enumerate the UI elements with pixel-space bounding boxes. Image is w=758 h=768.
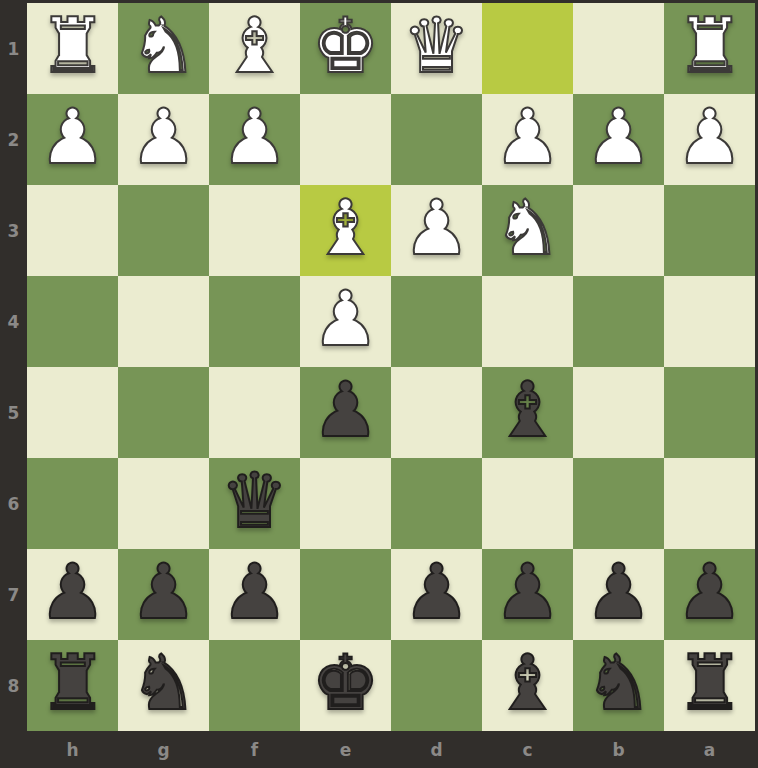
square-d8[interactable] [391, 640, 482, 731]
square-c4[interactable] [482, 276, 573, 367]
square-b2[interactable]: ♟ [573, 94, 664, 185]
piece-white-pawn[interactable]: ♟ [402, 190, 470, 266]
square-f8[interactable] [209, 640, 300, 731]
piece-white-bishop[interactable]: ♝ [220, 8, 288, 84]
square-c3[interactable]: ♞ [482, 185, 573, 276]
piece-white-pawn[interactable]: ♟ [220, 99, 288, 175]
piece-white-bishop[interactable]: ♝ [311, 190, 379, 266]
square-e5[interactable]: ♟ [300, 367, 391, 458]
square-d3[interactable]: ♟ [391, 185, 482, 276]
square-e1[interactable]: ♚ [300, 3, 391, 94]
square-g5[interactable] [118, 367, 209, 458]
piece-black-knight[interactable]: ♞ [129, 645, 197, 721]
square-b7[interactable]: ♟ [573, 549, 664, 640]
square-d5[interactable] [391, 367, 482, 458]
piece-black-bishop[interactable]: ♝ [493, 645, 561, 721]
square-c5[interactable]: ♝ [482, 367, 573, 458]
piece-white-knight[interactable]: ♞ [129, 8, 197, 84]
square-a8[interactable]: ♜ [664, 640, 755, 731]
square-f4[interactable] [209, 276, 300, 367]
square-a5[interactable] [664, 367, 755, 458]
square-b4[interactable] [573, 276, 664, 367]
piece-white-king[interactable]: ♚ [311, 8, 379, 84]
piece-black-bishop[interactable]: ♝ [493, 372, 561, 448]
file-label-a: a [664, 731, 755, 768]
square-g6[interactable] [118, 458, 209, 549]
square-d6[interactable] [391, 458, 482, 549]
rank-label-6: 6 [0, 458, 27, 549]
square-g1[interactable]: ♞ [118, 3, 209, 94]
square-d1[interactable]: ♛ [391, 3, 482, 94]
square-b3[interactable] [573, 185, 664, 276]
square-b6[interactable] [573, 458, 664, 549]
piece-black-rook[interactable]: ♜ [38, 645, 106, 721]
rank-label-5: 5 [0, 367, 27, 458]
chess-board: ♜♞♝♚♛♜♟♟♟♟♟♟♝♟♞♟♟♝♛♟♟♟♟♟♟♟♜♞♚♝♞♜ [27, 3, 755, 731]
square-c1[interactable] [482, 3, 573, 94]
rank-label-4: 4 [0, 276, 27, 367]
piece-black-knight[interactable]: ♞ [584, 645, 652, 721]
piece-white-queen[interactable]: ♛ [402, 8, 470, 84]
square-g7[interactable]: ♟ [118, 549, 209, 640]
square-a3[interactable] [664, 185, 755, 276]
square-f5[interactable] [209, 367, 300, 458]
square-h7[interactable]: ♟ [27, 549, 118, 640]
square-e2[interactable] [300, 94, 391, 185]
square-b1[interactable] [573, 3, 664, 94]
square-b5[interactable] [573, 367, 664, 458]
square-g4[interactable] [118, 276, 209, 367]
square-h8[interactable]: ♜ [27, 640, 118, 731]
square-c7[interactable]: ♟ [482, 549, 573, 640]
square-h3[interactable] [27, 185, 118, 276]
square-e4[interactable]: ♟ [300, 276, 391, 367]
square-h4[interactable] [27, 276, 118, 367]
square-f3[interactable] [209, 185, 300, 276]
square-g3[interactable] [118, 185, 209, 276]
square-f7[interactable]: ♟ [209, 549, 300, 640]
piece-white-pawn[interactable]: ♟ [38, 99, 106, 175]
square-e8[interactable]: ♚ [300, 640, 391, 731]
rank-label-8: 8 [0, 640, 27, 731]
file-label-b: b [573, 731, 664, 768]
piece-black-queen[interactable]: ♛ [220, 463, 288, 539]
square-e7[interactable] [300, 549, 391, 640]
square-d2[interactable] [391, 94, 482, 185]
rank-label-2: 2 [0, 94, 27, 185]
square-c8[interactable]: ♝ [482, 640, 573, 731]
piece-white-rook[interactable]: ♜ [675, 8, 743, 84]
chess-app: ♜♞♝♚♛♜♟♟♟♟♟♟♝♟♞♟♟♝♛♟♟♟♟♟♟♟♜♞♚♝♞♜ 1234567… [0, 0, 758, 768]
square-d7[interactable]: ♟ [391, 549, 482, 640]
square-c2[interactable]: ♟ [482, 94, 573, 185]
square-g8[interactable]: ♞ [118, 640, 209, 731]
file-label-d: d [391, 731, 482, 768]
piece-white-rook[interactable]: ♜ [38, 8, 106, 84]
piece-black-king[interactable]: ♚ [311, 645, 379, 721]
square-g2[interactable]: ♟ [118, 94, 209, 185]
square-e3[interactable]: ♝ [300, 185, 391, 276]
square-a6[interactable] [664, 458, 755, 549]
square-a7[interactable]: ♟ [664, 549, 755, 640]
square-f2[interactable]: ♟ [209, 94, 300, 185]
file-label-g: g [118, 731, 209, 768]
square-a1[interactable]: ♜ [664, 3, 755, 94]
piece-white-knight[interactable]: ♞ [493, 190, 561, 266]
square-a4[interactable] [664, 276, 755, 367]
file-label-e: e [300, 731, 391, 768]
square-b8[interactable]: ♞ [573, 640, 664, 731]
piece-black-pawn[interactable]: ♟ [129, 554, 197, 630]
rank-label-1: 1 [0, 3, 27, 94]
square-a2[interactable]: ♟ [664, 94, 755, 185]
rank-label-7: 7 [0, 549, 27, 640]
square-h6[interactable] [27, 458, 118, 549]
piece-white-pawn[interactable]: ♟ [493, 99, 561, 175]
square-h5[interactable] [27, 367, 118, 458]
piece-black-pawn[interactable]: ♟ [220, 554, 288, 630]
piece-black-pawn[interactable]: ♟ [675, 554, 743, 630]
square-c6[interactable] [482, 458, 573, 549]
file-label-c: c [482, 731, 573, 768]
square-f1[interactable]: ♝ [209, 3, 300, 94]
piece-black-pawn[interactable]: ♟ [493, 554, 561, 630]
square-f6[interactable]: ♛ [209, 458, 300, 549]
piece-white-pawn[interactable]: ♟ [129, 99, 197, 175]
square-d4[interactable] [391, 276, 482, 367]
rank-label-3: 3 [0, 185, 27, 276]
file-label-h: h [27, 731, 118, 768]
piece-black-rook[interactable]: ♜ [675, 645, 743, 721]
file-label-f: f [209, 731, 300, 768]
piece-black-pawn[interactable]: ♟ [38, 554, 106, 630]
piece-white-pawn[interactable]: ♟ [675, 99, 743, 175]
piece-black-pawn[interactable]: ♟ [584, 554, 652, 630]
square-h1[interactable]: ♜ [27, 3, 118, 94]
piece-white-pawn[interactable]: ♟ [311, 281, 379, 357]
square-h2[interactable]: ♟ [27, 94, 118, 185]
piece-black-pawn[interactable]: ♟ [402, 554, 470, 630]
square-e6[interactable] [300, 458, 391, 549]
piece-white-pawn[interactable]: ♟ [584, 99, 652, 175]
piece-black-pawn[interactable]: ♟ [311, 372, 379, 448]
